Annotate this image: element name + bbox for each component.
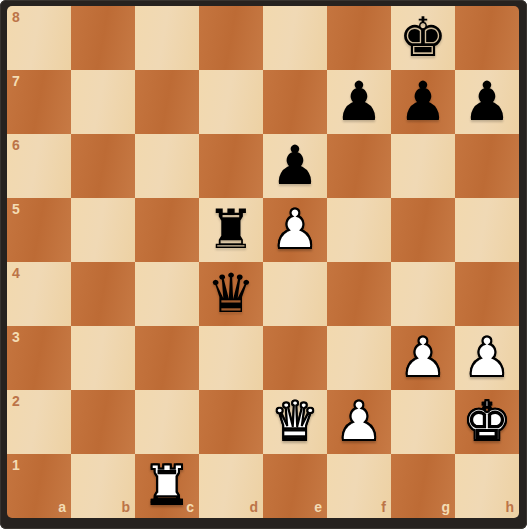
- square-b5[interactable]: [71, 198, 135, 262]
- square-h5[interactable]: [455, 198, 519, 262]
- square-d7[interactable]: [199, 70, 263, 134]
- square-f5[interactable]: [327, 198, 391, 262]
- square-a7[interactable]: 7: [7, 70, 71, 134]
- square-g8[interactable]: ♚: [391, 6, 455, 70]
- square-f4[interactable]: [327, 262, 391, 326]
- white-pawn[interactable]: ♟: [391, 326, 455, 390]
- black-king[interactable]: ♚: [391, 6, 455, 70]
- white-pawn[interactable]: ♟: [327, 390, 391, 454]
- board-frame: 8♚7♟♟♟6♟5♜♟4♛3♟♟2♛♟♚1abc♜defgh: [0, 0, 527, 529]
- square-a3[interactable]: 3: [7, 326, 71, 390]
- file-label-d: d: [249, 500, 258, 514]
- square-b6[interactable]: [71, 134, 135, 198]
- black-pawn[interactable]: ♟: [263, 134, 327, 198]
- square-c6[interactable]: [135, 134, 199, 198]
- square-g2[interactable]: [391, 390, 455, 454]
- file-label-e: e: [314, 500, 322, 514]
- square-e8[interactable]: [263, 6, 327, 70]
- black-pawn[interactable]: ♟: [455, 70, 519, 134]
- white-queen[interactable]: ♛: [263, 390, 327, 454]
- square-d2[interactable]: [199, 390, 263, 454]
- square-d8[interactable]: [199, 6, 263, 70]
- square-b7[interactable]: [71, 70, 135, 134]
- square-g1[interactable]: g: [391, 454, 455, 518]
- square-f2[interactable]: ♟: [327, 390, 391, 454]
- file-label-b: b: [121, 500, 130, 514]
- square-f1[interactable]: f: [327, 454, 391, 518]
- square-d5[interactable]: ♜: [199, 198, 263, 262]
- black-pawn[interactable]: ♟: [327, 70, 391, 134]
- square-a6[interactable]: 6: [7, 134, 71, 198]
- black-queen[interactable]: ♛: [199, 262, 263, 326]
- rank-label-3: 3: [12, 330, 20, 344]
- square-e3[interactable]: [263, 326, 327, 390]
- square-h6[interactable]: [455, 134, 519, 198]
- square-a2[interactable]: 2: [7, 390, 71, 454]
- square-e1[interactable]: e: [263, 454, 327, 518]
- rank-label-5: 5: [12, 202, 20, 216]
- square-b8[interactable]: [71, 6, 135, 70]
- square-a8[interactable]: 8: [7, 6, 71, 70]
- square-h3[interactable]: ♟: [455, 326, 519, 390]
- square-e7[interactable]: [263, 70, 327, 134]
- file-label-a: a: [58, 500, 66, 514]
- square-c4[interactable]: [135, 262, 199, 326]
- white-pawn[interactable]: ♟: [455, 326, 519, 390]
- square-h8[interactable]: [455, 6, 519, 70]
- square-h7[interactable]: ♟: [455, 70, 519, 134]
- square-c8[interactable]: [135, 6, 199, 70]
- square-c7[interactable]: [135, 70, 199, 134]
- black-pawn[interactable]: ♟: [391, 70, 455, 134]
- square-h1[interactable]: h: [455, 454, 519, 518]
- square-f7[interactable]: ♟: [327, 70, 391, 134]
- square-d3[interactable]: [199, 326, 263, 390]
- square-e6[interactable]: ♟: [263, 134, 327, 198]
- square-d4[interactable]: ♛: [199, 262, 263, 326]
- rank-label-4: 4: [12, 266, 20, 280]
- square-e5[interactable]: ♟: [263, 198, 327, 262]
- square-a4[interactable]: 4: [7, 262, 71, 326]
- square-c5[interactable]: [135, 198, 199, 262]
- square-h2[interactable]: ♚: [455, 390, 519, 454]
- square-b3[interactable]: [71, 326, 135, 390]
- square-d1[interactable]: d: [199, 454, 263, 518]
- square-a1[interactable]: 1a: [7, 454, 71, 518]
- square-c1[interactable]: c♜: [135, 454, 199, 518]
- square-d6[interactable]: [199, 134, 263, 198]
- square-e2[interactable]: ♛: [263, 390, 327, 454]
- black-rook[interactable]: ♜: [199, 198, 263, 262]
- rank-label-1: 1: [12, 458, 20, 472]
- square-c2[interactable]: [135, 390, 199, 454]
- file-label-f: f: [381, 500, 386, 514]
- rank-label-8: 8: [12, 10, 20, 24]
- square-g3[interactable]: ♟: [391, 326, 455, 390]
- square-h4[interactable]: [455, 262, 519, 326]
- square-f8[interactable]: [327, 6, 391, 70]
- square-g6[interactable]: [391, 134, 455, 198]
- chess-board: 8♚7♟♟♟6♟5♜♟4♛3♟♟2♛♟♚1abc♜defgh: [7, 6, 519, 518]
- white-pawn[interactable]: ♟: [263, 198, 327, 262]
- square-b4[interactable]: [71, 262, 135, 326]
- square-a5[interactable]: 5: [7, 198, 71, 262]
- square-e4[interactable]: [263, 262, 327, 326]
- rank-label-2: 2: [12, 394, 20, 408]
- square-g4[interactable]: [391, 262, 455, 326]
- square-c3[interactable]: [135, 326, 199, 390]
- square-b1[interactable]: b: [71, 454, 135, 518]
- file-label-h: h: [505, 500, 514, 514]
- square-g5[interactable]: [391, 198, 455, 262]
- square-f3[interactable]: [327, 326, 391, 390]
- white-king[interactable]: ♚: [455, 390, 519, 454]
- white-rook[interactable]: ♜: [135, 454, 199, 518]
- file-label-g: g: [441, 500, 450, 514]
- square-b2[interactable]: [71, 390, 135, 454]
- rank-label-7: 7: [12, 74, 20, 88]
- square-g7[interactable]: ♟: [391, 70, 455, 134]
- square-f6[interactable]: [327, 134, 391, 198]
- rank-label-6: 6: [12, 138, 20, 152]
